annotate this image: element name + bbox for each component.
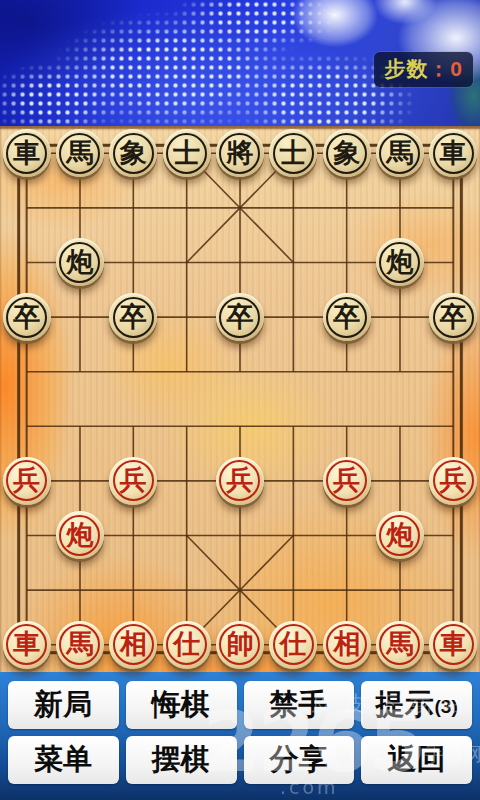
piece-red[interactable]: 車 [3, 621, 51, 669]
board-point[interactable] [427, 344, 480, 399]
board-point[interactable] [160, 508, 213, 563]
piece-red[interactable]: 車 [429, 621, 477, 669]
board-point[interactable]: 仕 [160, 617, 213, 672]
piece-black[interactable]: 馬 [56, 129, 104, 177]
piece-character: 炮 [386, 248, 413, 275]
board-point[interactable]: 車 [427, 126, 480, 181]
board-point[interactable]: 炮 [373, 235, 426, 290]
board-point[interactable]: 兵 [0, 454, 53, 509]
board-point[interactable] [0, 344, 53, 399]
piece-black[interactable]: 卒 [216, 293, 264, 341]
board-point[interactable]: 卒 [0, 290, 53, 345]
board-point[interactable]: 士 [160, 126, 213, 181]
board-point[interactable] [373, 181, 426, 236]
blossom-banner-image: 步数：0 [0, 0, 480, 126]
board-point[interactable] [427, 235, 480, 290]
xiangqi-board[interactable]: 車馬象士將士象馬車炮炮卒卒卒卒卒兵兵兵兵兵炮炮車馬相仕帥仕相馬車 [0, 126, 480, 672]
piece-red[interactable]: 馬 [56, 621, 104, 669]
piece-character: 相 [333, 630, 360, 657]
piece-red[interactable]: 兵 [429, 457, 477, 505]
setup-board-button[interactable]: 摆棋 [126, 736, 237, 784]
piece-character: 車 [13, 139, 40, 166]
piece-black[interactable]: 馬 [376, 129, 424, 177]
board-point[interactable] [427, 508, 480, 563]
board-point[interactable] [107, 399, 160, 454]
board-point[interactable] [373, 454, 426, 509]
board-point[interactable] [160, 399, 213, 454]
piece-black[interactable]: 卒 [323, 293, 371, 341]
piece-character: 卒 [226, 303, 253, 330]
control-bar: 新局 悔棋 禁手 提示(3) 菜单 摆棋 分享 返回 [0, 672, 480, 800]
board-point[interactable] [53, 290, 106, 345]
board-point[interactable] [213, 508, 266, 563]
board-point[interactable] [373, 344, 426, 399]
board-point[interactable]: 馬 [373, 617, 426, 672]
hint-button[interactable]: 提示(3) [361, 681, 472, 729]
piece-character: 卒 [13, 303, 40, 330]
piece-character: 馬 [386, 630, 413, 657]
move-counter-value: ：0 [428, 57, 463, 80]
button-grid: 新局 悔棋 禁手 提示(3) 菜单 摆棋 分享 返回 [8, 681, 472, 784]
piece-character: 象 [333, 139, 360, 166]
piece-character: 士 [280, 139, 307, 166]
board-point[interactable]: 帥 [213, 617, 266, 672]
piece-character: 相 [120, 630, 147, 657]
piece-red[interactable]: 兵 [323, 457, 371, 505]
board-point[interactable]: 將 [213, 126, 266, 181]
board-point[interactable] [213, 399, 266, 454]
board-point[interactable] [213, 181, 266, 236]
piece-red[interactable]: 兵 [216, 457, 264, 505]
board-point[interactable]: 兵 [427, 454, 480, 509]
board-point[interactable] [320, 235, 373, 290]
move-counter-label: 步数 [384, 57, 428, 80]
board-point[interactable] [53, 563, 106, 618]
piece-black[interactable]: 將 [216, 129, 264, 177]
board-point[interactable] [0, 399, 53, 454]
piece-black[interactable]: 象 [323, 129, 371, 177]
piece-character: 馬 [66, 630, 93, 657]
board-point[interactable]: 馬 [53, 126, 106, 181]
piece-character: 卒 [120, 303, 147, 330]
piece-character: 車 [13, 630, 40, 657]
board-point[interactable]: 仕 [267, 617, 320, 672]
menu-button[interactable]: 菜单 [8, 736, 119, 784]
board-point[interactable]: 卒 [427, 290, 480, 345]
piece-black[interactable]: 炮 [376, 238, 424, 286]
board-point[interactable] [107, 344, 160, 399]
board-point[interactable] [107, 563, 160, 618]
board-point[interactable] [160, 344, 213, 399]
board-point[interactable]: 兵 [107, 454, 160, 509]
board-point[interactable]: 相 [107, 617, 160, 672]
back-button[interactable]: 返回 [361, 736, 472, 784]
board-point[interactable] [267, 399, 320, 454]
piece-character: 車 [440, 139, 467, 166]
piece-red[interactable]: 兵 [3, 457, 51, 505]
piece-character: 兵 [440, 466, 467, 493]
piece-character: 兵 [333, 466, 360, 493]
piece-character: 車 [440, 630, 467, 657]
board-point[interactable] [320, 563, 373, 618]
board-point[interactable] [373, 290, 426, 345]
piece-character: 仕 [280, 630, 307, 657]
board-point[interactable] [320, 344, 373, 399]
board-point[interactable] [213, 563, 266, 618]
board-point[interactable] [160, 235, 213, 290]
piece-character: 卒 [440, 303, 467, 330]
board-point[interactable] [267, 344, 320, 399]
piece-red[interactable]: 仕 [163, 621, 211, 669]
board-point[interactable]: 兵 [320, 454, 373, 509]
piece-red[interactable]: 炮 [56, 511, 104, 559]
piece-character: 仕 [173, 630, 200, 657]
board-point[interactable] [267, 563, 320, 618]
piece-character: 炮 [386, 521, 413, 548]
piece-red[interactable]: 兵 [109, 457, 157, 505]
piece-red[interactable]: 相 [109, 621, 157, 669]
board-point[interactable]: 馬 [53, 617, 106, 672]
piece-black[interactable]: 士 [163, 129, 211, 177]
board-point[interactable] [160, 454, 213, 509]
piece-black[interactable]: 炮 [56, 238, 104, 286]
board-point[interactable] [107, 235, 160, 290]
board-point[interactable] [0, 508, 53, 563]
board-point[interactable]: 兵 [213, 454, 266, 509]
board-point[interactable]: 炮 [373, 508, 426, 563]
board-point[interactable]: 卒 [320, 290, 373, 345]
forbidden-moves-button[interactable]: 禁手 [244, 681, 355, 729]
board-point[interactable] [267, 454, 320, 509]
board-point[interactable] [107, 508, 160, 563]
move-counter-badge: 步数：0 [374, 52, 473, 87]
board-point[interactable] [373, 563, 426, 618]
piece-character: 卒 [333, 303, 360, 330]
board-point[interactable] [320, 181, 373, 236]
board-point[interactable]: 象 [107, 126, 160, 181]
piece-black[interactable]: 卒 [109, 293, 157, 341]
piece-black[interactable]: 車 [3, 129, 51, 177]
piece-black[interactable]: 卒 [429, 293, 477, 341]
piece-character: 士 [173, 139, 200, 166]
piece-red[interactable]: 炮 [376, 511, 424, 559]
board-point[interactable] [267, 181, 320, 236]
piece-red[interactable]: 仕 [269, 621, 317, 669]
piece-black[interactable]: 卒 [3, 293, 51, 341]
board-point[interactable] [320, 508, 373, 563]
piece-character: 兵 [120, 466, 147, 493]
board-point[interactable]: 象 [320, 126, 373, 181]
piece-character: 炮 [66, 248, 93, 275]
board-points-grid[interactable]: 車馬象士將士象馬車炮炮卒卒卒卒卒兵兵兵兵兵炮炮車馬相仕帥仕相馬車 [0, 126, 480, 672]
piece-red[interactable]: 馬 [376, 621, 424, 669]
piece-black[interactable]: 車 [429, 129, 477, 177]
board-point[interactable]: 相 [320, 617, 373, 672]
board-point[interactable] [107, 181, 160, 236]
board-point[interactable] [267, 235, 320, 290]
board-point[interactable] [160, 290, 213, 345]
board-point[interactable] [427, 181, 480, 236]
board-point[interactable] [53, 181, 106, 236]
undo-move-button[interactable]: 悔棋 [126, 681, 237, 729]
board-point[interactable]: 馬 [373, 126, 426, 181]
board-point[interactable] [53, 344, 106, 399]
piece-black[interactable]: 象 [109, 129, 157, 177]
board-point[interactable]: 士 [267, 126, 320, 181]
piece-character: 兵 [13, 466, 40, 493]
board-point[interactable]: 卒 [107, 290, 160, 345]
piece-red[interactable]: 帥 [216, 621, 264, 669]
board-point[interactable] [160, 181, 213, 236]
board-point[interactable] [427, 399, 480, 454]
board-point[interactable] [0, 181, 53, 236]
piece-character: 帥 [226, 630, 253, 657]
board-point[interactable] [267, 290, 320, 345]
board-point[interactable] [427, 563, 480, 618]
share-button[interactable]: 分享 [244, 736, 355, 784]
board-point[interactable] [320, 399, 373, 454]
board-point[interactable] [213, 235, 266, 290]
board-point[interactable]: 卒 [213, 290, 266, 345]
board-point[interactable]: 車 [427, 617, 480, 672]
board-point[interactable] [213, 344, 266, 399]
new-game-button[interactable]: 新局 [8, 681, 119, 729]
board-point[interactable] [0, 235, 53, 290]
piece-character: 將 [226, 139, 253, 166]
board-point[interactable]: 車 [0, 126, 53, 181]
piece-character: 馬 [66, 139, 93, 166]
board-point[interactable]: 車 [0, 617, 53, 672]
board-point[interactable] [160, 563, 213, 618]
piece-character: 炮 [66, 521, 93, 548]
piece-black[interactable]: 士 [269, 129, 317, 177]
piece-character: 象 [120, 139, 147, 166]
board-point[interactable] [53, 454, 106, 509]
board-point[interactable]: 炮 [53, 235, 106, 290]
board-point[interactable] [267, 508, 320, 563]
piece-red[interactable]: 相 [323, 621, 371, 669]
piece-character: 馬 [386, 139, 413, 166]
board-point[interactable] [0, 563, 53, 618]
xiangqi-app-screen: 步数：0 車馬象士將士象馬車炮炮卒卒卒卒卒兵兵兵兵兵炮炮車馬相仕帥仕相馬車 新局… [0, 0, 480, 800]
board-point[interactable]: 炮 [53, 508, 106, 563]
board-point[interactable] [373, 399, 426, 454]
board-point[interactable] [53, 399, 106, 454]
piece-character: 兵 [226, 466, 253, 493]
